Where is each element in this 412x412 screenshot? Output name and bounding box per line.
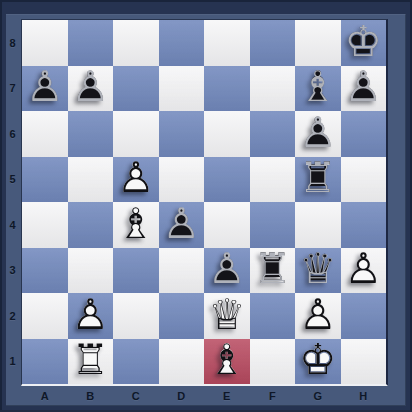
rank-label-3: 3: [5, 248, 20, 294]
square-b6[interactable]: [68, 111, 114, 157]
queen-glyph-outline: ♕: [204, 293, 250, 339]
square-b1[interactable]: ♜♖: [68, 339, 114, 385]
square-d4[interactable]: ♟♙: [159, 202, 205, 248]
piece-black-pawn[interactable]: ♟♙: [68, 66, 114, 112]
square-d6[interactable]: [159, 111, 205, 157]
square-h4[interactable]: [341, 202, 387, 248]
square-h5[interactable]: [341, 157, 387, 203]
bishop-glyph-outline: ♗: [204, 339, 250, 385]
square-b8[interactable]: [68, 20, 114, 66]
rank-label-5: 5: [5, 157, 20, 203]
rank-label-4: 4: [5, 202, 20, 248]
square-f1[interactable]: [250, 339, 296, 385]
piece-white-king[interactable]: ♚♔: [295, 339, 341, 385]
bishop-glyph-outline: ♗: [113, 202, 159, 248]
square-a1[interactable]: [22, 339, 68, 385]
square-a4[interactable]: [22, 202, 68, 248]
piece-white-rook[interactable]: ♜♖: [68, 339, 114, 385]
file-label-b: B: [68, 387, 114, 404]
pawn-glyph-outline: ♙: [204, 248, 250, 294]
pawn-glyph-outline: ♙: [341, 248, 387, 294]
square-c8[interactable]: [113, 20, 159, 66]
rank-label-2: 2: [5, 293, 20, 339]
square-h3[interactable]: ♟♙: [341, 248, 387, 294]
square-a8[interactable]: [22, 20, 68, 66]
file-label-f: F: [250, 387, 296, 404]
square-g8[interactable]: [295, 20, 341, 66]
rook-glyph-outline: ♖: [68, 339, 114, 385]
square-d1[interactable]: [159, 339, 205, 385]
pawn-glyph-outline: ♙: [159, 202, 205, 248]
square-c3[interactable]: [113, 248, 159, 294]
chess-board[interactable]: ♚♔♟♙♟♙♝♗♟♙♟♙♟♙♜♖♝♗♟♙♟♙♜♖♛♕♟♙♟♙♛♕♟♙♜♖♝♗♚♔: [21, 19, 388, 386]
piece-black-pawn[interactable]: ♟♙: [341, 66, 387, 112]
square-e1[interactable]: ♝♗: [204, 339, 250, 385]
piece-white-queen[interactable]: ♛♕: [204, 293, 250, 339]
king-glyph-outline: ♔: [341, 20, 387, 66]
rook-glyph-outline: ♖: [250, 248, 296, 294]
chess-board-window: ♚♔♟♙♟♙♝♗♟♙♟♙♟♙♜♖♝♗♟♙♟♙♜♖♛♕♟♙♟♙♛♕♟♙♜♖♝♗♚♔…: [0, 0, 412, 412]
square-a2[interactable]: [22, 293, 68, 339]
square-d8[interactable]: [159, 20, 205, 66]
pawn-glyph-outline: ♙: [68, 293, 114, 339]
piece-white-pawn[interactable]: ♟♙: [295, 293, 341, 339]
square-h8[interactable]: ♚♔: [341, 20, 387, 66]
bishop-glyph-outline: ♗: [295, 66, 341, 112]
square-g4[interactable]: [295, 202, 341, 248]
square-e5[interactable]: [204, 157, 250, 203]
square-d7[interactable]: [159, 66, 205, 112]
king-glyph-outline: ♔: [295, 339, 341, 385]
file-label-a: A: [22, 387, 68, 404]
square-a7[interactable]: ♟♙: [22, 66, 68, 112]
square-h1[interactable]: [341, 339, 387, 385]
square-b5[interactable]: [68, 157, 114, 203]
file-label-h: H: [341, 387, 387, 404]
piece-white-pawn[interactable]: ♟♙: [68, 293, 114, 339]
square-f4[interactable]: [250, 202, 296, 248]
square-a6[interactable]: [22, 111, 68, 157]
piece-white-bishop[interactable]: ♝♗: [113, 202, 159, 248]
piece-black-pawn[interactable]: ♟♙: [295, 111, 341, 157]
square-e4[interactable]: [204, 202, 250, 248]
square-c7[interactable]: [113, 66, 159, 112]
piece-white-bishop[interactable]: ♝♗: [204, 339, 250, 385]
square-e7[interactable]: [204, 66, 250, 112]
piece-black-bishop[interactable]: ♝♗: [295, 66, 341, 112]
square-g6[interactable]: ♟♙: [295, 111, 341, 157]
square-g7[interactable]: ♝♗: [295, 66, 341, 112]
square-h7[interactable]: ♟♙: [341, 66, 387, 112]
square-d5[interactable]: [159, 157, 205, 203]
piece-black-pawn[interactable]: ♟♙: [22, 66, 68, 112]
square-c4[interactable]: ♝♗: [113, 202, 159, 248]
rank-label-6: 6: [5, 111, 20, 157]
square-e2[interactable]: ♛♕: [204, 293, 250, 339]
square-c5[interactable]: ♟♙: [113, 157, 159, 203]
square-h6[interactable]: [341, 111, 387, 157]
square-f6[interactable]: [250, 111, 296, 157]
square-c2[interactable]: [113, 293, 159, 339]
piece-black-rook[interactable]: ♜♖: [250, 248, 296, 294]
piece-black-pawn[interactable]: ♟♙: [204, 248, 250, 294]
piece-black-pawn[interactable]: ♟♙: [159, 202, 205, 248]
square-a5[interactable]: [22, 157, 68, 203]
file-label-g: G: [295, 387, 341, 404]
square-g2[interactable]: ♟♙: [295, 293, 341, 339]
square-f3[interactable]: ♜♖: [250, 248, 296, 294]
square-f2[interactable]: [250, 293, 296, 339]
file-label-c: C: [113, 387, 159, 404]
square-d3[interactable]: [159, 248, 205, 294]
piece-black-rook[interactable]: ♜♖: [295, 157, 341, 203]
square-f7[interactable]: [250, 66, 296, 112]
file-label-e: E: [204, 387, 250, 404]
pawn-glyph-outline: ♙: [341, 66, 387, 112]
file-label-d: D: [159, 387, 205, 404]
rank-label-8: 8: [5, 20, 20, 66]
pawn-glyph-outline: ♙: [295, 111, 341, 157]
square-d2[interactable]: [159, 293, 205, 339]
square-b7[interactable]: ♟♙: [68, 66, 114, 112]
pawn-glyph-outline: ♙: [113, 157, 159, 203]
queen-glyph-outline: ♕: [295, 248, 341, 294]
square-b4[interactable]: [68, 202, 114, 248]
rook-glyph-outline: ♖: [295, 157, 341, 203]
square-b2[interactable]: ♟♙: [68, 293, 114, 339]
piece-white-pawn[interactable]: ♟♙: [341, 248, 387, 294]
square-f5[interactable]: [250, 157, 296, 203]
rank-label-1: 1: [5, 339, 20, 385]
square-f8[interactable]: [250, 20, 296, 66]
piece-black-queen[interactable]: ♛♕: [295, 248, 341, 294]
square-g3[interactable]: ♛♕: [295, 248, 341, 294]
piece-black-king[interactable]: ♚♔: [341, 20, 387, 66]
square-b3[interactable]: [68, 248, 114, 294]
square-c6[interactable]: [113, 111, 159, 157]
square-h2[interactable]: [341, 293, 387, 339]
square-e8[interactable]: [204, 20, 250, 66]
pawn-glyph-outline: ♙: [68, 66, 114, 112]
square-g1[interactable]: ♚♔: [295, 339, 341, 385]
piece-white-pawn[interactable]: ♟♙: [113, 157, 159, 203]
square-g5[interactable]: ♜♖: [295, 157, 341, 203]
square-c1[interactable]: [113, 339, 159, 385]
pawn-glyph-outline: ♙: [22, 66, 68, 112]
square-a3[interactable]: [22, 248, 68, 294]
pawn-glyph-outline: ♙: [295, 293, 341, 339]
square-e6[interactable]: [204, 111, 250, 157]
rank-label-7: 7: [5, 66, 20, 112]
square-e3[interactable]: ♟♙: [204, 248, 250, 294]
